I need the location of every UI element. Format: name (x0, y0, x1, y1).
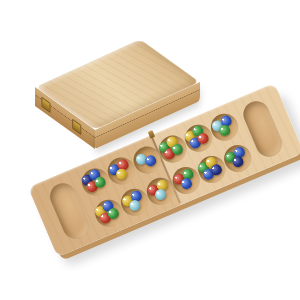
clasp-hinge-icon (41, 97, 50, 113)
product-photo-scene (0, 0, 300, 300)
clasp-hinge-icon (72, 119, 81, 135)
